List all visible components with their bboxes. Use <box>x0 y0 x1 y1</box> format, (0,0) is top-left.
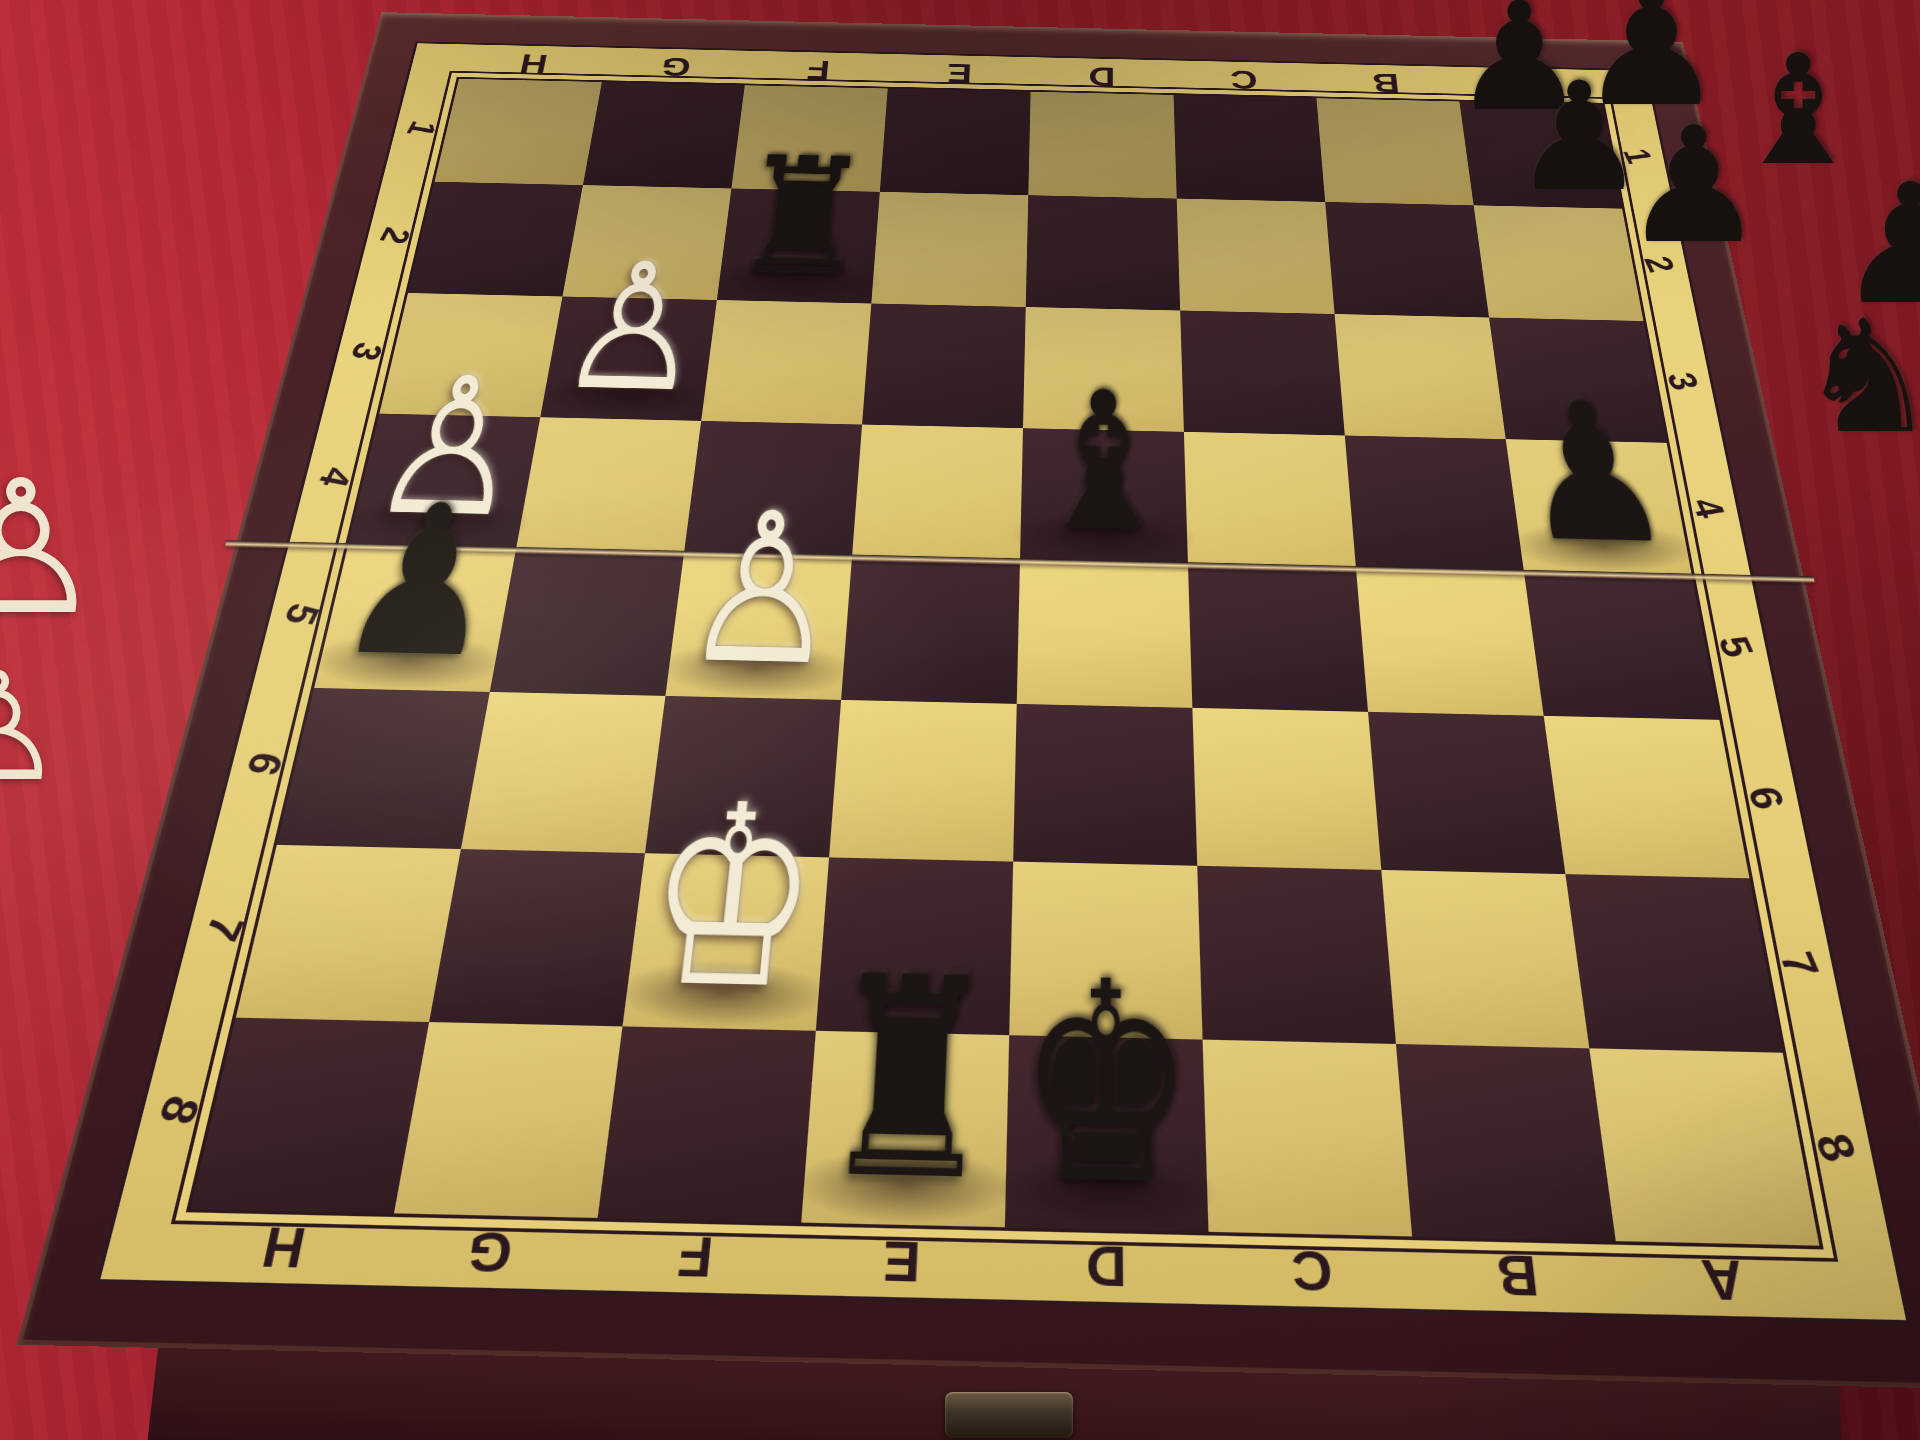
square-c3[interactable] <box>1180 311 1345 436</box>
white-pawn-g3[interactable]: ♙ <box>541 240 725 419</box>
rank-right-label-8: 8 <box>1803 1129 1867 1166</box>
square-d5[interactable] <box>1017 560 1193 708</box>
rank-left-label-4: 4 <box>309 464 362 491</box>
square-d6[interactable] <box>1013 704 1197 866</box>
square-f3[interactable] <box>701 300 871 425</box>
board-clasp[interactable] <box>945 1392 1073 1438</box>
square-h1[interactable] <box>434 79 601 185</box>
rank-right-label-4: 4 <box>1681 496 1734 521</box>
square-b2[interactable] <box>1325 202 1489 318</box>
rank-left-label-8: 8 <box>146 1091 211 1129</box>
black-rook-f2[interactable]: ♜ <box>717 136 884 301</box>
square-c4[interactable] <box>1184 432 1356 568</box>
rank-left-label-2: 2 <box>370 224 419 247</box>
square-c1[interactable] <box>1174 95 1326 202</box>
square-f8[interactable] <box>598 1026 816 1222</box>
square-e3[interactable] <box>862 303 1026 428</box>
rank-right-label-7: 7 <box>1768 948 1829 981</box>
square-d4[interactable]: ♝ <box>1020 428 1188 564</box>
file-top-label-B: B <box>1371 67 1401 97</box>
rank-left-label-3: 3 <box>341 339 392 363</box>
rank-right-label-6: 6 <box>1737 783 1795 813</box>
square-d1[interactable] <box>1028 92 1176 199</box>
rank-right-label-3: 3 <box>1657 370 1707 393</box>
square-c6[interactable] <box>1192 708 1381 870</box>
file-top-label-C: C <box>1230 64 1259 94</box>
file-bottom-label-C: C <box>1290 1237 1334 1304</box>
square-c5[interactable] <box>1188 564 1368 712</box>
square-f5[interactable]: ♙ <box>665 552 852 700</box>
square-h6[interactable] <box>277 688 490 849</box>
black-king-d8[interactable]: ♚ <box>1005 946 1208 1228</box>
square-a8[interactable] <box>1589 1048 1819 1245</box>
square-g1[interactable] <box>583 82 745 188</box>
captured-white-pawn[interactable]: ♙ <box>0 440 104 656</box>
white-king-f7[interactable]: ♔ <box>623 773 835 1027</box>
rank-left-label-5: 5 <box>273 600 329 629</box>
square-b8[interactable] <box>1396 1044 1616 1241</box>
square-c8[interactable] <box>1203 1040 1413 1237</box>
square-a4[interactable]: ♟ <box>1506 439 1692 575</box>
square-g4[interactable] <box>516 417 701 552</box>
white-pawn-f5[interactable]: ♙ <box>666 485 857 697</box>
square-e1[interactable] <box>880 88 1031 195</box>
square-a6[interactable] <box>1544 716 1750 878</box>
captured-white-pawn[interactable]: ♙ <box>0 640 64 814</box>
photo-scene: HGFEDCBA HGFEDCBA 12345678 12345678 ♜♙♙♝… <box>0 0 1920 1440</box>
file-top-label-G: G <box>659 51 693 81</box>
square-b1[interactable] <box>1316 98 1473 205</box>
rank-left-label-1: 1 <box>398 118 445 139</box>
square-h2[interactable] <box>408 182 583 297</box>
square-e5[interactable] <box>841 556 1020 704</box>
file-top-label-E: E <box>947 58 973 88</box>
file-bottom-label-A: A <box>1698 1246 1750 1313</box>
square-g6[interactable] <box>461 692 666 853</box>
square-b5[interactable] <box>1356 568 1544 716</box>
file-top-label-D: D <box>1089 61 1116 91</box>
square-h5[interactable]: ♟ <box>314 545 516 692</box>
file-top-label-H: H <box>517 48 550 78</box>
rank-left-label-7: 7 <box>193 911 254 946</box>
rank-right-label-5: 5 <box>1708 633 1763 660</box>
square-e6[interactable] <box>829 700 1017 862</box>
square-e4[interactable] <box>852 425 1023 560</box>
square-g8[interactable] <box>394 1022 623 1218</box>
file-bottom-label-B: B <box>1494 1241 1542 1308</box>
square-c7[interactable] <box>1197 866 1396 1044</box>
file-top-label-F: F <box>805 55 831 85</box>
square-b7[interactable] <box>1381 870 1589 1048</box>
square-d8[interactable]: ♚ <box>1005 1035 1209 1232</box>
square-b6[interactable] <box>1368 712 1565 874</box>
square-a7[interactable] <box>1565 874 1782 1053</box>
black-bishop-d4[interactable]: ♝ <box>1020 366 1188 561</box>
square-b4[interactable] <box>1345 435 1524 571</box>
file-bottom-label-F: F <box>675 1223 716 1290</box>
square-e8[interactable]: ♜ <box>801 1031 1009 1227</box>
captured-black-knight[interactable]: ♞ <box>1798 286 1920 468</box>
square-a5[interactable] <box>1524 571 1719 719</box>
file-bottom-label-G: G <box>463 1218 517 1285</box>
square-h7[interactable] <box>236 845 461 1022</box>
play-area: ♜♙♙♝♟♟♙♔♜♚ <box>190 79 1819 1246</box>
rank-left-label-6: 6 <box>235 748 293 780</box>
file-bottom-label-H: H <box>257 1214 312 1281</box>
square-c2[interactable] <box>1177 199 1335 314</box>
square-b3[interactable] <box>1335 314 1506 439</box>
square-e2[interactable] <box>871 192 1028 307</box>
square-g3[interactable]: ♙ <box>540 296 717 420</box>
square-f2[interactable]: ♜ <box>717 188 880 303</box>
black-rook-e8[interactable]: ♜ <box>802 942 1012 1223</box>
square-d2[interactable] <box>1026 195 1180 310</box>
square-f7[interactable]: ♔ <box>622 853 829 1031</box>
